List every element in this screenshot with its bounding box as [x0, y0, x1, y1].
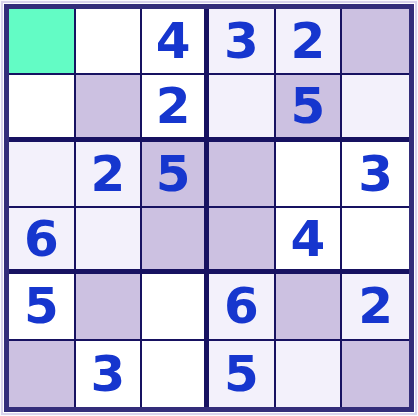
- cell-r5c1[interactable]: 3: [76, 341, 143, 407]
- cell-r4c3[interactable]: 6: [209, 274, 276, 340]
- sudoku-board: 432252536456235: [9, 9, 409, 407]
- cell-r1c5[interactable]: [342, 75, 409, 141]
- cell-r4c1[interactable]: [76, 274, 143, 340]
- cell-r3c4[interactable]: 4: [276, 208, 343, 274]
- cell-r1c1[interactable]: [76, 75, 143, 141]
- cell-r4c2[interactable]: [142, 274, 209, 340]
- cell-r2c3[interactable]: [209, 142, 276, 208]
- sudoku-board-frame: 432252536456235: [4, 4, 414, 412]
- cell-r0c3[interactable]: 3: [209, 9, 276, 75]
- cell-r5c0[interactable]: [9, 341, 76, 407]
- cell-r5c5[interactable]: [342, 341, 409, 407]
- cell-r5c2[interactable]: [142, 341, 209, 407]
- cell-r4c0[interactable]: 5: [9, 274, 76, 340]
- cell-r0c4[interactable]: 2: [276, 9, 343, 75]
- cell-r3c3[interactable]: [209, 208, 276, 274]
- cell-r3c5[interactable]: [342, 208, 409, 274]
- cell-r3c2[interactable]: [142, 208, 209, 274]
- cell-r3c0[interactable]: 6: [9, 208, 76, 274]
- cell-r1c0[interactable]: [9, 75, 76, 141]
- cell-r5c3[interactable]: 5: [209, 341, 276, 407]
- cell-r0c2[interactable]: 4: [142, 9, 209, 75]
- cell-r1c4[interactable]: 5: [276, 75, 343, 141]
- cell-r2c1[interactable]: 2: [76, 142, 143, 208]
- cell-r5c4[interactable]: [276, 341, 343, 407]
- cell-r2c5[interactable]: 3: [342, 142, 409, 208]
- cell-r4c4[interactable]: [276, 274, 343, 340]
- cell-r2c4[interactable]: [276, 142, 343, 208]
- cell-r0c1[interactable]: [76, 9, 143, 75]
- cell-r4c5[interactable]: 2: [342, 274, 409, 340]
- cell-r2c0[interactable]: [9, 142, 76, 208]
- cell-r0c5[interactable]: [342, 9, 409, 75]
- cell-r3c1[interactable]: [76, 208, 143, 274]
- cell-r1c2[interactable]: 2: [142, 75, 209, 141]
- cell-r2c2[interactable]: 5: [142, 142, 209, 208]
- cell-r0c0-selected[interactable]: [9, 9, 76, 75]
- cell-r1c3[interactable]: [209, 75, 276, 141]
